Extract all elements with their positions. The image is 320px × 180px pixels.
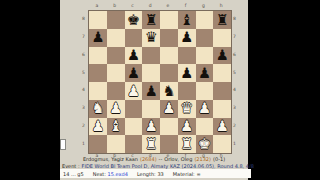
- rank-labels-right: 87654321: [231, 10, 238, 152]
- square-c2: [125, 118, 143, 136]
- black-pawn: ♟: [91, 30, 104, 45]
- square-d8: ♜: [142, 11, 160, 29]
- chess-board: ♚♜♝♜♟♛♟♟♟♟♟♟♟♟♞♞♟♟♛♟♟♝♟♟♟♜♜♚: [88, 10, 232, 154]
- square-b7: [107, 29, 125, 47]
- file-label-d: d: [141, 2, 159, 9]
- square-d7: ♛: [142, 29, 160, 47]
- black-rook: ♜: [145, 13, 158, 28]
- white-pawn: ♟: [180, 119, 193, 134]
- rank-label-5: 5: [80, 63, 87, 81]
- white-player-rating: (2684): [140, 156, 157, 162]
- file-label-g: g: [195, 2, 213, 9]
- event-label: Event :: [62, 163, 80, 169]
- rank-label-4: 4: [80, 81, 87, 99]
- right-letterbox-bar: [248, 0, 320, 180]
- next-move: 15.exd4: [108, 171, 128, 177]
- game-result: (0-1): [213, 156, 225, 162]
- square-e1: [160, 135, 178, 153]
- white-king: ♚: [198, 137, 211, 152]
- square-c8: ♚: [125, 11, 143, 29]
- square-h1: [213, 135, 231, 153]
- event-line: Event : FIDE World Bl Team Pool D, Almat…: [60, 162, 250, 169]
- rank-label-2: 2: [231, 117, 238, 135]
- square-d2: ♟: [142, 118, 160, 136]
- square-e2: [160, 118, 178, 136]
- next-move-group: Next: 15.exd4: [93, 171, 128, 177]
- square-g1: ♚: [196, 135, 214, 153]
- square-f3: ♛: [178, 100, 196, 118]
- rank-label-6: 6: [231, 46, 238, 64]
- rank-label-3: 3: [231, 99, 238, 117]
- black-pawn: ♟: [145, 84, 158, 99]
- square-d3: [142, 100, 160, 118]
- black-pawn: ♟: [180, 30, 193, 45]
- square-d6: [142, 47, 160, 65]
- white-queen: ♛: [180, 101, 193, 116]
- square-b4: [107, 82, 125, 100]
- players-line: Erdogmus, Yagiz Kaan (2684) -- Orlov, Ol…: [60, 155, 248, 162]
- square-c7: [125, 29, 143, 47]
- square-f2: ♟: [178, 118, 196, 136]
- square-g3: ♟: [196, 100, 214, 118]
- file-label-e: e: [159, 2, 177, 9]
- square-e4: ♞: [160, 82, 178, 100]
- square-h4: [213, 82, 231, 100]
- square-a8: [89, 11, 107, 29]
- square-b8: [107, 11, 125, 29]
- material-group: Material: =: [173, 171, 201, 177]
- white-pawn: ♟: [145, 119, 158, 134]
- square-a3: ♞: [89, 100, 107, 118]
- square-c1: [125, 135, 143, 153]
- file-label-a: a: [88, 2, 106, 9]
- rank-label-7: 7: [80, 28, 87, 46]
- rank-label-8: 8: [80, 10, 87, 28]
- white-pawn: ♟: [109, 101, 122, 116]
- file-label-f: f: [177, 2, 195, 9]
- chess-diagram-panel: abcdefgh abcdefgh 87654321 87654321 ♚♜♝♜…: [60, 0, 248, 180]
- length-value: 33: [157, 171, 163, 177]
- rank-label-6: 6: [80, 46, 87, 64]
- black-pawn: ♟: [127, 66, 140, 81]
- white-knight: ♞: [91, 101, 104, 116]
- square-g2: [196, 118, 214, 136]
- square-c3: [125, 100, 143, 118]
- length-group: Length: 33: [137, 171, 164, 177]
- square-a7: ♟: [89, 29, 107, 47]
- white-pawn: ♟: [162, 101, 175, 116]
- square-g4: [196, 82, 214, 100]
- players-separator: --: [159, 156, 163, 162]
- rank-label-1: 1: [80, 134, 87, 152]
- white-pawn: ♟: [127, 84, 140, 99]
- square-g7: [196, 29, 214, 47]
- file-label-c: c: [124, 2, 142, 9]
- event-value: FIDE World Bl Team Pool D, Almaty KAZ (2…: [82, 163, 254, 169]
- square-e3: ♟: [160, 100, 178, 118]
- black-pawn: ♟: [198, 66, 211, 81]
- rank-label-4: 4: [231, 81, 238, 99]
- file-label-b: b: [106, 2, 124, 9]
- white-pawn: ♟: [216, 119, 229, 134]
- square-a2: ♟: [89, 118, 107, 136]
- last-move: 14 ... g5: [63, 171, 84, 177]
- white-pawn: ♟: [198, 101, 211, 116]
- square-h8: ♜: [213, 11, 231, 29]
- square-g8: [196, 11, 214, 29]
- square-a6: [89, 47, 107, 65]
- square-e7: [160, 29, 178, 47]
- black-bishop: ♝: [180, 13, 193, 28]
- white-rook: ♜: [145, 137, 158, 152]
- square-f1: ♜: [178, 135, 196, 153]
- material-value: =: [196, 171, 200, 177]
- next-label: Next:: [93, 171, 106, 177]
- white-rook: ♜: [180, 137, 193, 152]
- rank-label-8: 8: [231, 10, 238, 28]
- rank-label-1: 1: [231, 134, 238, 152]
- white-bishop: ♝: [109, 119, 122, 134]
- rank-label-2: 2: [80, 117, 87, 135]
- black-queen: ♛: [145, 30, 158, 45]
- square-c6: ♟: [125, 47, 143, 65]
- rank-labels-left: 87654321: [80, 10, 87, 152]
- square-b5: [107, 64, 125, 82]
- square-h7: [213, 29, 231, 47]
- square-b3: ♟: [107, 100, 125, 118]
- square-h2: ♟: [213, 118, 231, 136]
- black-king: ♚: [127, 13, 140, 28]
- black-player-rating: (2132): [194, 156, 211, 162]
- black-pawn: ♟: [180, 66, 193, 81]
- square-h5: [213, 64, 231, 82]
- video-frame: abcdefgh abcdefgh 87654321 87654321 ♚♜♝♜…: [0, 0, 320, 180]
- square-d5: [142, 64, 160, 82]
- square-a4: [89, 82, 107, 100]
- rank-label-3: 3: [80, 99, 87, 117]
- material-label: Material:: [173, 171, 195, 177]
- rank-label-7: 7: [231, 28, 238, 46]
- square-a1: [89, 135, 107, 153]
- black-rook: ♜: [216, 13, 229, 28]
- rank-label-5: 5: [231, 63, 238, 81]
- black-pawn: ♟: [216, 48, 229, 63]
- left-letterbox-bar: [0, 0, 60, 180]
- square-f7: ♟: [178, 29, 196, 47]
- square-b1: [107, 135, 125, 153]
- square-h6: ♟: [213, 47, 231, 65]
- white-player-name: Erdogmus, Yagiz Kaan: [83, 156, 138, 162]
- file-labels-top: abcdefgh: [88, 2, 230, 9]
- square-d1: ♜: [142, 135, 160, 153]
- white-pawn: ♟: [91, 119, 104, 134]
- square-b2: ♝: [107, 118, 125, 136]
- square-e8: [160, 11, 178, 29]
- square-g6: [196, 47, 214, 65]
- square-h3: [213, 100, 231, 118]
- square-e6: [160, 47, 178, 65]
- square-d4: ♟: [142, 82, 160, 100]
- square-c4: ♟: [125, 82, 143, 100]
- square-g5: ♟: [196, 64, 214, 82]
- scroll-marker: [60, 139, 66, 150]
- square-c5: ♟: [125, 64, 143, 82]
- length-label: Length:: [137, 171, 156, 177]
- square-e5: [160, 64, 178, 82]
- black-player-name: Orlov, Oleg: [164, 156, 192, 162]
- square-f4: [178, 82, 196, 100]
- square-f5: ♟: [178, 64, 196, 82]
- black-knight: ♞: [162, 84, 175, 99]
- file-label-h: h: [212, 2, 230, 9]
- black-pawn: ♟: [127, 48, 140, 63]
- moves-line: 14 ... g5 Next: 15.exd4 Length: 33 Mater…: [60, 169, 251, 178]
- square-b6: [107, 47, 125, 65]
- square-f8: ♝: [178, 11, 196, 29]
- square-a5: [89, 64, 107, 82]
- square-f6: [178, 47, 196, 65]
